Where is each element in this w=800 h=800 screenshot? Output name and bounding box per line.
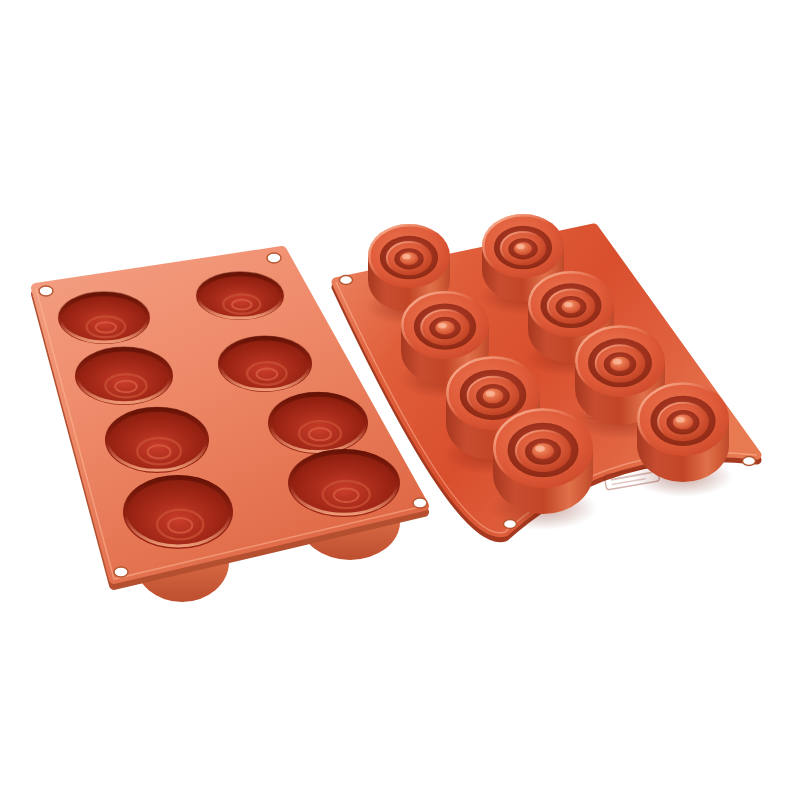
left-mold-cavity-4 xyxy=(218,336,312,392)
right-mold-corner-hole-3 xyxy=(743,457,756,466)
cup-dome-highlight xyxy=(676,417,685,423)
page: { "scene": { "description": "Cut-out pro… xyxy=(0,0,800,800)
left-mold-corner-hole-2 xyxy=(39,286,53,296)
right-mold-cup-8 xyxy=(633,382,732,497)
cup-dome-highlight xyxy=(438,323,447,328)
product-photo xyxy=(0,0,800,800)
cup-dome-highlight xyxy=(402,254,410,259)
left-mold-cavity-6 xyxy=(268,392,368,454)
left-mold-corner-hole-1 xyxy=(267,253,281,263)
photo-canvas xyxy=(0,0,800,800)
left-mold-cavity-1 xyxy=(58,292,150,344)
cup-dome-highlight xyxy=(485,391,494,397)
right-mold-corner-hole-1 xyxy=(340,276,353,285)
cup-dome-highlight xyxy=(516,244,524,249)
left-mold-cavity-5 xyxy=(105,407,209,473)
cup-dome-highlight xyxy=(613,359,622,365)
cup-dome-highlight xyxy=(564,302,573,307)
left-mold-corner-hole-4 xyxy=(413,498,427,508)
left-mold-cavity-3 xyxy=(75,347,173,405)
right-mold-cup-7 xyxy=(489,408,597,530)
cup-dome-highlight xyxy=(535,446,545,452)
left-mold-cavity-7 xyxy=(123,475,233,549)
left-mold-corner-hole-3 xyxy=(114,567,128,577)
left-mold-cavity-2 xyxy=(196,272,284,320)
right-mold-corner-hole-2 xyxy=(504,520,517,529)
left-mold-cavity-8 xyxy=(288,449,400,517)
